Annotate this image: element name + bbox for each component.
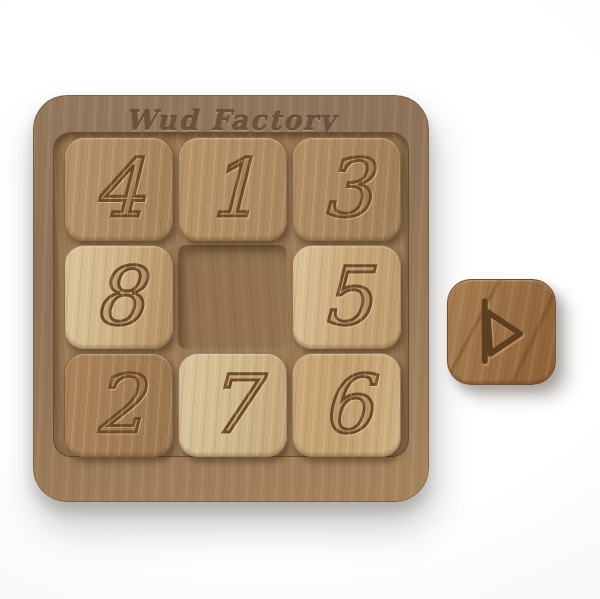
tile-8-label: 8 — [93, 257, 144, 337]
tile-4-label: 4 — [93, 149, 144, 229]
tile-7[interactable]: 7 — [178, 353, 287, 457]
tile-3-label: 3 — [321, 149, 372, 229]
tile-1[interactable]: 1 — [178, 137, 287, 241]
tile-5[interactable]: 5 — [292, 245, 401, 349]
tile-2-label: 2 — [93, 365, 144, 445]
tile-2[interactable]: 2 — [64, 353, 173, 457]
tile-3[interactable]: 3 — [292, 137, 401, 241]
empty-cell — [178, 245, 287, 349]
tile-6[interactable]: 6 — [292, 353, 401, 457]
tile-8[interactable]: 8 — [64, 245, 173, 349]
tile-7-label: 7 — [207, 365, 258, 445]
tile-4[interactable]: 4 — [64, 137, 173, 241]
scene: Wud Factory 4 1 3 8 5 2 — [0, 0, 600, 599]
extra-play-tile[interactable] — [447, 279, 556, 385]
tile-grid: 4 1 3 8 5 2 7 6 — [64, 137, 401, 457]
tile-6-label: 6 — [321, 365, 372, 445]
tile-1-label: 1 — [207, 149, 258, 229]
play-icon — [473, 297, 531, 367]
tile-5-label: 5 — [321, 257, 372, 337]
puzzle-board: Wud Factory 4 1 3 8 5 2 — [33, 95, 429, 502]
